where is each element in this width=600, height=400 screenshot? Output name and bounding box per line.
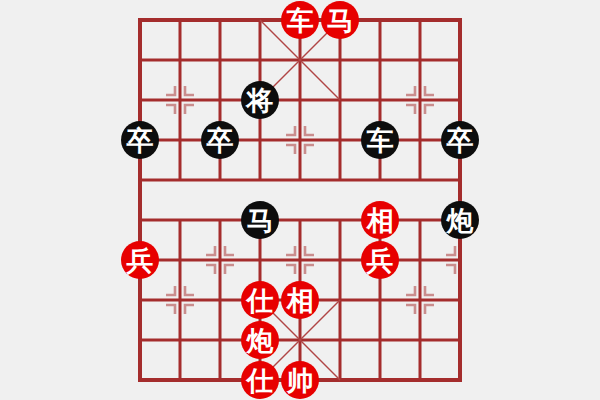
piece-red-cannon[interactable]: 炮 [241, 321, 279, 359]
piece-red-horse[interactable]: 马 [321, 1, 359, 39]
piece-red-advisor[interactable]: 仕 [241, 361, 279, 399]
piece-red-elephant[interactable]: 相 [361, 201, 399, 239]
piece-black-soldier[interactable]: 卒 [201, 121, 239, 159]
piece-red-soldier[interactable]: 兵 [361, 241, 399, 279]
piece-black-cannon[interactable]: 炮 [441, 201, 479, 239]
piece-red-soldier[interactable]: 兵 [121, 241, 159, 279]
piece-red-chariot[interactable]: 车 [281, 1, 319, 39]
pieces-layer: 车马将卒卒车卒马相炮兵兵仕相炮仕帅 [0, 0, 600, 400]
piece-red-general[interactable]: 帅 [281, 361, 319, 399]
piece-red-advisor[interactable]: 仕 [241, 281, 279, 319]
piece-black-chariot[interactable]: 车 [361, 121, 399, 159]
xiangqi-screenshot: 车马将卒卒车卒马相炮兵兵仕相炮仕帅 [0, 0, 600, 400]
piece-black-soldier[interactable]: 卒 [121, 121, 159, 159]
piece-red-elephant[interactable]: 相 [281, 281, 319, 319]
piece-black-soldier[interactable]: 卒 [441, 121, 479, 159]
piece-black-general[interactable]: 将 [241, 81, 279, 119]
piece-black-horse[interactable]: 马 [241, 201, 279, 239]
